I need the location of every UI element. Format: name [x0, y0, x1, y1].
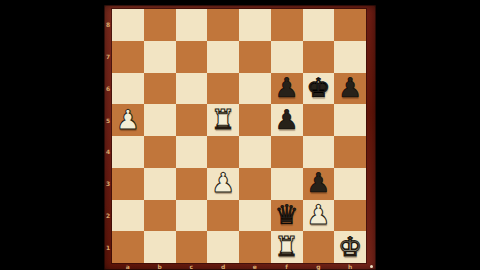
file-label-e: e: [239, 263, 271, 270]
square-a7[interactable]: [112, 41, 144, 73]
square-g6[interactable]: ♚: [303, 73, 335, 105]
square-e1[interactable]: [239, 231, 271, 263]
square-c1[interactable]: [176, 231, 208, 263]
square-e8[interactable]: [239, 9, 271, 41]
file-label-h: h: [334, 263, 366, 270]
square-f5[interactable]: ♟: [271, 104, 303, 136]
square-e5[interactable]: [239, 104, 271, 136]
square-c2[interactable]: [176, 200, 208, 232]
square-g8[interactable]: [303, 9, 335, 41]
square-g5[interactable]: [303, 104, 335, 136]
square-g1[interactable]: [303, 231, 335, 263]
square-g3[interactable]: ♟: [303, 168, 335, 200]
rank-label-2: 2: [104, 200, 112, 232]
square-c6[interactable]: [176, 73, 208, 105]
rank-label-4: 4: [104, 136, 112, 168]
rank-label-5: 5: [104, 104, 112, 136]
square-d3[interactable]: ♟: [207, 168, 239, 200]
square-f2[interactable]: ♛: [271, 200, 303, 232]
piece-black-queen: ♛: [275, 201, 299, 228]
square-g4[interactable]: [303, 136, 335, 168]
square-b6[interactable]: [144, 73, 176, 105]
piece-black-pawn: ♟: [275, 74, 299, 101]
rank-label-3: 3: [104, 168, 112, 200]
square-f3[interactable]: [271, 168, 303, 200]
piece-white-king: ♚: [338, 233, 362, 260]
chess-board: 87654321 ♟♚♟♟♜♟♟♟♛♟♜♚ abcdefgh: [104, 5, 376, 270]
square-d4[interactable]: [207, 136, 239, 168]
square-h6[interactable]: ♟: [334, 73, 366, 105]
file-label-d: d: [207, 263, 239, 270]
square-d5[interactable]: ♜: [207, 104, 239, 136]
square-b7[interactable]: [144, 41, 176, 73]
square-f7[interactable]: [271, 41, 303, 73]
square-e2[interactable]: [239, 200, 271, 232]
file-label-c: c: [176, 263, 208, 270]
square-a5[interactable]: ♟: [112, 104, 144, 136]
square-b2[interactable]: [144, 200, 176, 232]
piece-white-pawn: ♟: [116, 106, 140, 133]
piece-white-rook: ♜: [275, 233, 299, 260]
square-g7[interactable]: [303, 41, 335, 73]
screenshot-stage: 87654321 ♟♚♟♟♜♟♟♟♛♟♜♚ abcdefgh: [0, 0, 480, 270]
square-f8[interactable]: [271, 9, 303, 41]
square-d6[interactable]: [207, 73, 239, 105]
file-label-b: b: [144, 263, 176, 270]
square-f4[interactable]: [271, 136, 303, 168]
piece-black-king: ♚: [306, 74, 330, 101]
file-labels: abcdefgh: [112, 263, 366, 270]
square-b5[interactable]: [144, 104, 176, 136]
square-a2[interactable]: [112, 200, 144, 232]
square-b1[interactable]: [144, 231, 176, 263]
square-h2[interactable]: [334, 200, 366, 232]
square-a4[interactable]: [112, 136, 144, 168]
piece-black-pawn: ♟: [306, 169, 330, 196]
square-f1[interactable]: ♜: [271, 231, 303, 263]
rank-label-7: 7: [104, 41, 112, 73]
square-c3[interactable]: [176, 168, 208, 200]
square-e4[interactable]: [239, 136, 271, 168]
piece-white-pawn: ♟: [306, 201, 330, 228]
board-corner-marker: [370, 265, 373, 268]
square-c5[interactable]: [176, 104, 208, 136]
square-h4[interactable]: [334, 136, 366, 168]
file-label-a: a: [112, 263, 144, 270]
square-d2[interactable]: [207, 200, 239, 232]
rank-labels: 87654321: [104, 9, 112, 263]
square-e6[interactable]: [239, 73, 271, 105]
square-e7[interactable]: [239, 41, 271, 73]
square-b4[interactable]: [144, 136, 176, 168]
rank-label-6: 6: [104, 73, 112, 105]
square-a1[interactable]: [112, 231, 144, 263]
square-d1[interactable]: [207, 231, 239, 263]
square-d8[interactable]: [207, 9, 239, 41]
square-h8[interactable]: [334, 9, 366, 41]
square-d7[interactable]: [207, 41, 239, 73]
board-grid: ♟♚♟♟♜♟♟♟♛♟♜♚: [112, 9, 366, 263]
square-f6[interactable]: ♟: [271, 73, 303, 105]
square-a3[interactable]: [112, 168, 144, 200]
piece-white-rook: ♜: [211, 106, 235, 133]
square-b3[interactable]: [144, 168, 176, 200]
square-e3[interactable]: [239, 168, 271, 200]
square-g2[interactable]: ♟: [303, 200, 335, 232]
file-label-g: g: [303, 263, 335, 270]
square-h1[interactable]: ♚: [334, 231, 366, 263]
piece-white-pawn: ♟: [211, 169, 235, 196]
square-h5[interactable]: [334, 104, 366, 136]
square-a8[interactable]: [112, 9, 144, 41]
piece-black-pawn: ♟: [338, 74, 362, 101]
square-h7[interactable]: [334, 41, 366, 73]
square-b8[interactable]: [144, 9, 176, 41]
square-c8[interactable]: [176, 9, 208, 41]
piece-black-pawn: ♟: [275, 106, 299, 133]
rank-label-1: 1: [104, 231, 112, 263]
square-h3[interactable]: [334, 168, 366, 200]
square-c7[interactable]: [176, 41, 208, 73]
file-label-f: f: [271, 263, 303, 270]
square-a6[interactable]: [112, 73, 144, 105]
square-c4[interactable]: [176, 136, 208, 168]
rank-label-8: 8: [104, 9, 112, 41]
